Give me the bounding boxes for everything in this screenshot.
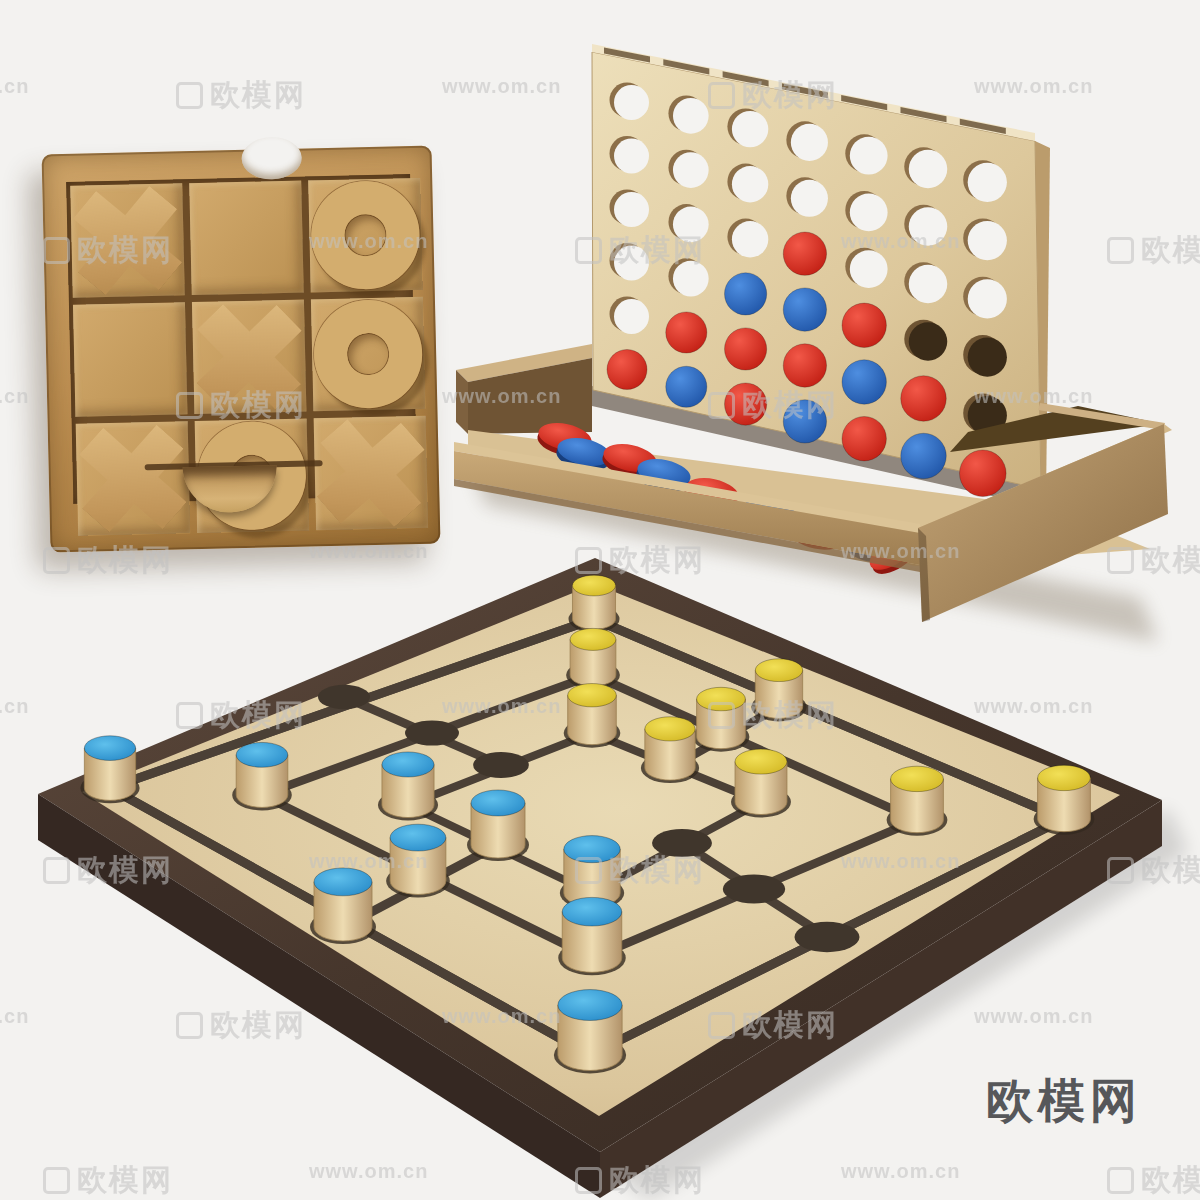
- morris-peg-yellow-d5[interactable]: [641, 717, 699, 783]
- morris-peg-yellow-e5[interactable]: [731, 749, 791, 817]
- morris-peg-blue-c3[interactable]: [378, 752, 438, 821]
- morris-peg-blue-d1[interactable]: [310, 868, 376, 944]
- morris-point-b4[interactable]: [405, 720, 459, 745]
- morris-point-f4[interactable]: [723, 874, 785, 903]
- product-render-scene: www.om.cn欧模网www.om.cn欧模网www.om.cn欧模网www.…: [0, 0, 1200, 1200]
- morris-point-a4[interactable]: [318, 685, 370, 709]
- morris-point-g4[interactable]: [795, 922, 860, 952]
- morris-peg-yellow-d6[interactable]: [693, 687, 750, 751]
- morris-peg-yellow-a7[interactable]: [568, 575, 619, 632]
- morris-peg-blue-g1[interactable]: [554, 990, 626, 1074]
- morris-peg-blue-a1[interactable]: [80, 736, 139, 804]
- nine-mens-morris-board: [0, 0, 1200, 1200]
- morris-peg-yellow-g7[interactable]: [1034, 765, 1095, 834]
- morris-peg-blue-b2[interactable]: [232, 742, 292, 810]
- morris-peg-yellow-d7[interactable]: [751, 659, 806, 722]
- morris-peg-blue-d2[interactable]: [386, 824, 450, 897]
- morris-peg-yellow-f6[interactable]: [887, 766, 948, 836]
- morris-peg-blue-d3[interactable]: [467, 790, 529, 861]
- morris-point-c4[interactable]: [473, 752, 529, 778]
- morris-peg-blue-f2[interactable]: [558, 897, 626, 975]
- morris-peg-yellow-b6[interactable]: [566, 628, 620, 689]
- morris-peg-yellow-c5[interactable]: [564, 684, 621, 748]
- morris-point-e4[interactable]: [652, 829, 712, 857]
- brand-logo-text: 欧模网: [986, 1070, 1142, 1133]
